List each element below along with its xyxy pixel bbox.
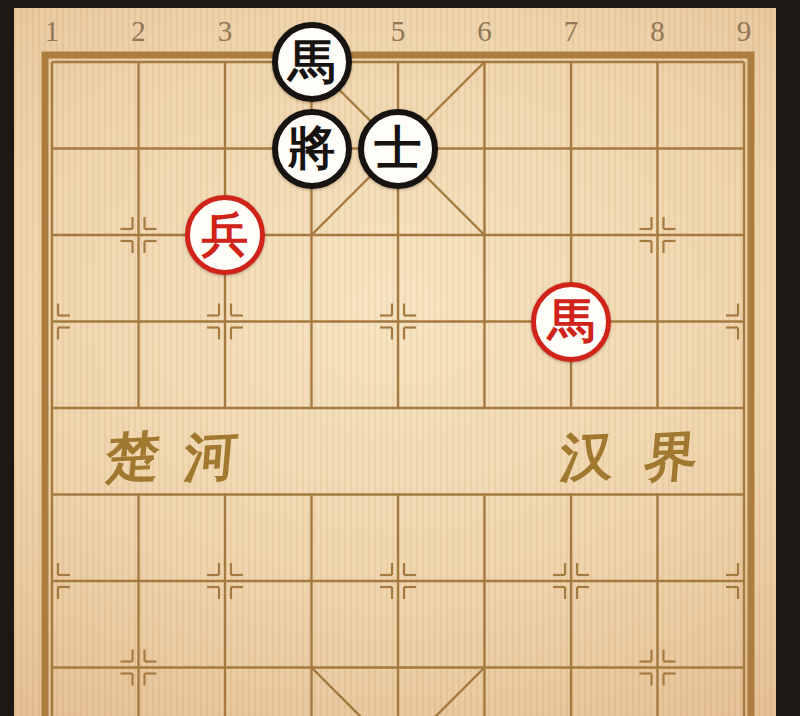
piece-red-soldier[interactable]: 兵	[185, 195, 265, 275]
piece-glyph: 將	[288, 124, 335, 171]
piece-black-horse[interactable]: 馬	[272, 22, 352, 102]
piece-glyph: 士	[375, 124, 422, 171]
piece-black-general[interactable]: 將	[272, 109, 352, 189]
piece-glyph: 馬	[288, 38, 335, 85]
piece-glyph: 馬	[548, 297, 595, 344]
piece-red-horse[interactable]: 馬	[531, 282, 611, 362]
xiangqi-board[interactable]: 1 2 3 4 5 6 7 8 9 楚 河 汉 界 馬將士兵馬	[0, 0, 800, 716]
board-grid	[0, 0, 800, 716]
piece-glyph: 兵	[202, 211, 249, 258]
piece-black-advisor[interactable]: 士	[358, 109, 438, 189]
